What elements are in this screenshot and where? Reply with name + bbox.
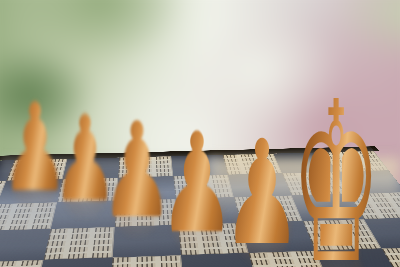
white-king: ♚: [291, 72, 381, 267]
white-pawn-5: ♟: [222, 121, 302, 265]
pieces-layer: ♟♟♟♟♟♟♟♟♟♟♚♚: [0, 0, 400, 267]
chess-photo-scene: ♟♟♟♟♟♟♟♟♟♟♚♚: [0, 0, 400, 267]
